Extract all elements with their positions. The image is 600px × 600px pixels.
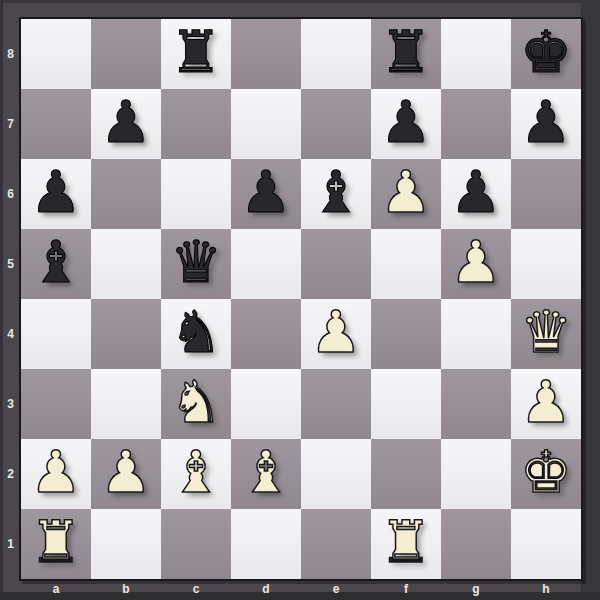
file-label-f: f — [371, 582, 441, 596]
square-b1[interactable] — [91, 509, 161, 579]
square-g1[interactable] — [441, 509, 511, 579]
black-pawn[interactable]: ♟ — [240, 163, 292, 221]
rank-labels: 87654321 — [0, 19, 19, 579]
white-bishop[interactable]: ♝ — [240, 443, 292, 501]
white-bishop[interactable]: ♝ — [170, 443, 222, 501]
white-king[interactable]: ♚ — [520, 443, 572, 501]
file-label-h: h — [511, 582, 581, 596]
black-bishop[interactable]: ♝ — [310, 163, 362, 221]
square-e5[interactable] — [301, 229, 371, 299]
square-e8[interactable] — [301, 19, 371, 89]
white-pawn[interactable]: ♟ — [310, 303, 362, 361]
square-e3[interactable] — [301, 369, 371, 439]
square-f8[interactable]: ♜ — [371, 19, 441, 89]
square-a7[interactable] — [21, 89, 91, 159]
rank-label-7: 7 — [0, 89, 19, 159]
square-a8[interactable] — [21, 19, 91, 89]
black-knight[interactable]: ♞ — [170, 303, 222, 361]
black-rook[interactable]: ♜ — [380, 23, 432, 81]
file-label-a: a — [21, 582, 91, 596]
square-d1[interactable] — [231, 509, 301, 579]
black-rook[interactable]: ♜ — [170, 23, 222, 81]
square-b5[interactable] — [91, 229, 161, 299]
white-pawn[interactable]: ♟ — [520, 373, 572, 431]
black-king[interactable]: ♚ — [520, 23, 572, 81]
white-pawn[interactable]: ♟ — [100, 443, 152, 501]
rank-label-1: 1 — [0, 509, 19, 579]
square-a6[interactable]: ♟ — [21, 159, 91, 229]
square-c2[interactable]: ♝ — [161, 439, 231, 509]
square-b7[interactable]: ♟ — [91, 89, 161, 159]
file-label-c: c — [161, 582, 231, 596]
rank-label-2: 2 — [0, 439, 19, 509]
square-c3[interactable]: ♞ — [161, 369, 231, 439]
square-f6[interactable]: ♟ — [371, 159, 441, 229]
black-bishop[interactable]: ♝ — [30, 233, 82, 291]
chess-board: ♜♜♚♟♟♟♟♟♝♟♟♝♛♟♞♟♛♞♟♟♟♝♝♚♜♜ — [19, 17, 583, 581]
square-h2[interactable]: ♚ — [511, 439, 581, 509]
square-g6[interactable]: ♟ — [441, 159, 511, 229]
white-queen[interactable]: ♛ — [520, 303, 572, 361]
square-g7[interactable] — [441, 89, 511, 159]
square-h8[interactable]: ♚ — [511, 19, 581, 89]
square-f4[interactable] — [371, 299, 441, 369]
rank-label-8: 8 — [0, 19, 19, 89]
square-f7[interactable]: ♟ — [371, 89, 441, 159]
square-b4[interactable] — [91, 299, 161, 369]
square-g2[interactable] — [441, 439, 511, 509]
square-g4[interactable] — [441, 299, 511, 369]
square-e7[interactable] — [301, 89, 371, 159]
frame-edge-top — [0, 0, 600, 3]
file-label-g: g — [441, 582, 511, 596]
square-a2[interactable]: ♟ — [21, 439, 91, 509]
square-d3[interactable] — [231, 369, 301, 439]
file-label-d: d — [231, 582, 301, 596]
white-knight[interactable]: ♞ — [170, 373, 222, 431]
square-f3[interactable] — [371, 369, 441, 439]
square-a3[interactable] — [21, 369, 91, 439]
square-d4[interactable] — [231, 299, 301, 369]
square-h1[interactable] — [511, 509, 581, 579]
square-g5[interactable]: ♟ — [441, 229, 511, 299]
square-f1[interactable]: ♜ — [371, 509, 441, 579]
black-pawn[interactable]: ♟ — [100, 93, 152, 151]
white-rook[interactable]: ♜ — [380, 513, 432, 571]
white-pawn[interactable]: ♟ — [450, 233, 502, 291]
black-pawn[interactable]: ♟ — [30, 163, 82, 221]
chess-board-frame: 87654321 ♜♜♚♟♟♟♟♟♝♟♟♝♛♟♞♟♛♞♟♟♟♝♝♚♜♜ abcd… — [0, 0, 600, 600]
square-f2[interactable] — [371, 439, 441, 509]
square-c8[interactable]: ♜ — [161, 19, 231, 89]
white-rook[interactable]: ♜ — [30, 513, 82, 571]
black-pawn[interactable]: ♟ — [450, 163, 502, 221]
square-g8[interactable] — [441, 19, 511, 89]
square-e6[interactable]: ♝ — [301, 159, 371, 229]
square-d7[interactable] — [231, 89, 301, 159]
black-pawn[interactable]: ♟ — [380, 93, 432, 151]
white-pawn[interactable]: ♟ — [380, 163, 432, 221]
square-c1[interactable] — [161, 509, 231, 579]
square-c4[interactable]: ♞ — [161, 299, 231, 369]
square-h5[interactable] — [511, 229, 581, 299]
rank-label-3: 3 — [0, 369, 19, 439]
square-a5[interactable]: ♝ — [21, 229, 91, 299]
file-label-e: e — [301, 582, 371, 596]
square-c6[interactable] — [161, 159, 231, 229]
square-h6[interactable] — [511, 159, 581, 229]
square-d5[interactable] — [231, 229, 301, 299]
square-h4[interactable]: ♛ — [511, 299, 581, 369]
rank-label-4: 4 — [0, 299, 19, 369]
square-e4[interactable]: ♟ — [301, 299, 371, 369]
square-d2[interactable]: ♝ — [231, 439, 301, 509]
square-a4[interactable] — [21, 299, 91, 369]
rank-label-5: 5 — [0, 229, 19, 299]
black-queen[interactable]: ♛ — [170, 233, 222, 291]
square-g3[interactable] — [441, 369, 511, 439]
square-b3[interactable] — [91, 369, 161, 439]
square-a1[interactable]: ♜ — [21, 509, 91, 579]
square-b6[interactable] — [91, 159, 161, 229]
square-d6[interactable]: ♟ — [231, 159, 301, 229]
white-pawn[interactable]: ♟ — [30, 443, 82, 501]
square-c7[interactable] — [161, 89, 231, 159]
black-pawn[interactable]: ♟ — [520, 93, 572, 151]
file-label-b: b — [91, 582, 161, 596]
square-b8[interactable] — [91, 19, 161, 89]
square-e2[interactable] — [301, 439, 371, 509]
square-e1[interactable] — [301, 509, 371, 579]
file-labels: abcdefgh — [21, 582, 581, 596]
square-h7[interactable]: ♟ — [511, 89, 581, 159]
square-f5[interactable] — [371, 229, 441, 299]
square-d8[interactable] — [231, 19, 301, 89]
square-c5[interactable]: ♛ — [161, 229, 231, 299]
square-b2[interactable]: ♟ — [91, 439, 161, 509]
square-h3[interactable]: ♟ — [511, 369, 581, 439]
rank-label-6: 6 — [0, 159, 19, 229]
frame-edge-right — [581, 0, 600, 600]
